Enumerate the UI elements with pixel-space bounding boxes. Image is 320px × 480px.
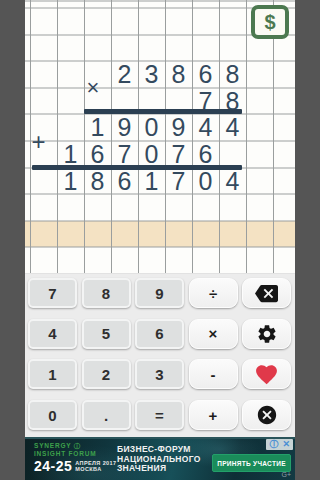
ad-controls: ⓘ ✕	[266, 439, 293, 450]
key-2[interactable]: 2	[82, 359, 131, 389]
ad-banner[interactable]: SYNERGY ⓘ INSIGHT FORUM 24-25 АПРЕЛЯ 201…	[25, 437, 295, 480]
key-4[interactable]: 4	[28, 319, 77, 349]
key-5[interactable]: 5	[82, 319, 131, 349]
worksheet-digit: 6	[192, 61, 219, 88]
key-equals[interactable]: =	[135, 400, 184, 430]
ad-brand: SYNERGY ⓘ INSIGHT FORUM	[34, 442, 96, 458]
worksheet-digit: 8	[165, 61, 192, 88]
worksheet-digit: 0	[138, 114, 165, 141]
key-dot[interactable]: .	[82, 400, 131, 430]
key-3[interactable]: 3	[135, 359, 184, 389]
backspace-icon	[255, 282, 278, 305]
ad-dates-number: 24-25	[34, 458, 72, 474]
keypad-grid: 789÷456×123-0.=+	[28, 278, 291, 430]
key-backspace[interactable]	[242, 278, 291, 308]
worksheet-digit: 7	[165, 141, 192, 168]
worksheet-digit: 6	[84, 141, 111, 168]
plus-sign: +	[25, 128, 52, 155]
multiply-sign: ×	[80, 74, 107, 101]
worksheet-paper: 23868781909441670761861704 × + $	[25, 0, 295, 273]
worksheet-digit: 7	[165, 168, 192, 195]
worksheet-digit: 1	[57, 168, 84, 195]
worksheet-digit: 6	[111, 168, 138, 195]
ad-headline: БИЗНЕС-ФОРУМ НАЦИОНАЛЬНОГО ЗНАЧЕНИЯ	[117, 445, 201, 474]
worksheet-digit: 2	[111, 61, 138, 88]
worksheet-row-4: 1861704	[57, 168, 246, 195]
worksheet-digit: 9	[111, 114, 138, 141]
ad-close-icon[interactable]: ✕	[280, 439, 292, 450]
ad-network-badge: G+	[281, 471, 291, 478]
worksheet-digit: 6	[192, 141, 219, 168]
worksheet-digit: 4	[219, 168, 246, 195]
keypad-panel: 789÷456×123-0.=+	[25, 273, 295, 437]
key-6[interactable]: 6	[135, 319, 184, 349]
coins-button[interactable]: $	[251, 5, 289, 39]
product-rule-line	[84, 109, 242, 114]
worksheet-digit: 4	[219, 114, 246, 141]
key-8[interactable]: 8	[82, 278, 131, 308]
key-settings[interactable]	[242, 319, 291, 349]
app-screen: 23868781909441670761861704 × + $ 789÷456…	[25, 0, 295, 480]
sum-rule-line	[32, 165, 242, 170]
key-multiply[interactable]: ×	[189, 319, 238, 349]
ad-cta-button[interactable]: ПРИНЯТЬ УЧАСТИЕ	[212, 454, 291, 472]
ad-brand-line1: SYNERGY ⓘ	[34, 442, 96, 450]
worksheet-digit: 8	[84, 168, 111, 195]
worksheet-row-3: 167076	[57, 141, 219, 168]
ad-date-city: МОСКВА	[75, 466, 116, 472]
key-minus[interactable]: -	[189, 359, 238, 389]
key-1[interactable]: 1	[28, 359, 77, 389]
worksheet-digit: 1	[84, 114, 111, 141]
worksheet-digit: 1	[57, 141, 84, 168]
worksheet-digit: 7	[111, 141, 138, 168]
worksheet-row-2: 190944	[84, 114, 246, 141]
worksheet-digit: 3	[138, 61, 165, 88]
key-9[interactable]: 9	[135, 278, 184, 308]
ad-info-icon[interactable]: ⓘ	[267, 439, 280, 450]
key-divide[interactable]: ÷	[189, 278, 238, 308]
close-circle-icon	[256, 404, 278, 426]
settings-icon	[256, 323, 278, 345]
worksheet-digit: 1	[138, 168, 165, 195]
worksheet-digit: 8	[219, 61, 246, 88]
ad-dates: 24-25 АПРЕЛЯ 2017 МОСКВА	[34, 458, 116, 474]
worksheet-digit: 0	[192, 168, 219, 195]
heart-icon	[254, 362, 279, 387]
worksheet-row-0: 23868	[111, 61, 246, 88]
key-plus[interactable]: +	[189, 400, 238, 430]
worksheet-digit: 9	[165, 114, 192, 141]
worksheet-digit: 4	[192, 114, 219, 141]
key-0[interactable]: 0	[28, 400, 77, 430]
key-favorite[interactable]	[242, 359, 291, 389]
worksheet-digit: 0	[138, 141, 165, 168]
ad-headline-line3: ЗНАЧЕНИЯ	[117, 464, 201, 474]
dollar-icon: $	[264, 12, 275, 32]
key-7[interactable]: 7	[28, 278, 77, 308]
ad-brand-line2: INSIGHT FORUM	[34, 450, 96, 458]
key-close[interactable]	[242, 400, 291, 430]
